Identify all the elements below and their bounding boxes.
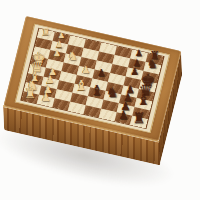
chess-board [21, 28, 163, 128]
chess-set-photo: ♜♝♛♚♞♜♟♟♟♟♟♟♟♞♝♟♝♟♞♟♟♟♟♟♟♟♜♞♝♛♚♜ [0, 0, 200, 200]
